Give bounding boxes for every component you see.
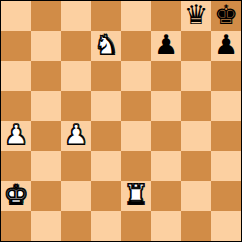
square-h2[interactable] (211, 181, 241, 211)
square-a2[interactable]: ♚ (1, 181, 31, 211)
square-d7[interactable]: ♞ (91, 31, 121, 61)
square-a1[interactable] (1, 211, 31, 241)
square-h1[interactable] (211, 211, 241, 241)
square-b2[interactable] (31, 181, 61, 211)
square-b1[interactable] (31, 211, 61, 241)
square-f5[interactable] (151, 91, 181, 121)
square-f6[interactable] (151, 61, 181, 91)
square-h3[interactable] (211, 151, 241, 181)
square-e6[interactable] (121, 61, 151, 91)
square-c1[interactable] (61, 211, 91, 241)
square-f8[interactable] (151, 1, 181, 31)
square-b3[interactable] (31, 151, 61, 181)
square-e5[interactable] (121, 91, 151, 121)
square-h8[interactable]: ♚ (211, 1, 241, 31)
square-d4[interactable] (91, 121, 121, 151)
square-e1[interactable] (121, 211, 151, 241)
square-g3[interactable] (181, 151, 211, 181)
square-g6[interactable] (181, 61, 211, 91)
square-f4[interactable] (151, 121, 181, 151)
square-b8[interactable] (31, 1, 61, 31)
square-d5[interactable] (91, 91, 121, 121)
black-queen-g8[interactable]: ♛ (184, 1, 208, 30)
square-e8[interactable] (121, 1, 151, 31)
square-c7[interactable] (61, 31, 91, 61)
square-e2[interactable]: ♜ (121, 181, 151, 211)
square-f7[interactable]: ♟ (151, 31, 181, 61)
square-g7[interactable] (181, 31, 211, 61)
square-f3[interactable] (151, 151, 181, 181)
square-d8[interactable] (91, 1, 121, 31)
square-c4[interactable]: ♟ (61, 121, 91, 151)
chess-board: ♛♚♞♟♟♟♟♚♜ (0, 0, 242, 242)
square-a8[interactable] (1, 1, 31, 31)
square-d1[interactable] (91, 211, 121, 241)
white-pawn-c4[interactable]: ♟ (64, 121, 88, 150)
square-e7[interactable] (121, 31, 151, 61)
square-g1[interactable] (181, 211, 211, 241)
square-f1[interactable] (151, 211, 181, 241)
square-c6[interactable] (61, 61, 91, 91)
square-a5[interactable] (1, 91, 31, 121)
square-h7[interactable]: ♟ (211, 31, 241, 61)
square-c5[interactable] (61, 91, 91, 121)
square-a7[interactable] (1, 31, 31, 61)
square-g8[interactable]: ♛ (181, 1, 211, 31)
white-knight-d7[interactable]: ♞ (94, 31, 118, 60)
square-b6[interactable] (31, 61, 61, 91)
square-h5[interactable] (211, 91, 241, 121)
square-d2[interactable] (91, 181, 121, 211)
black-pawn-f7[interactable]: ♟ (154, 31, 178, 60)
square-c2[interactable] (61, 181, 91, 211)
black-king-h8[interactable]: ♚ (214, 1, 238, 30)
square-e4[interactable] (121, 121, 151, 151)
square-e3[interactable] (121, 151, 151, 181)
square-a4[interactable]: ♟ (1, 121, 31, 151)
black-pawn-h7[interactable]: ♟ (214, 31, 238, 60)
square-c3[interactable] (61, 151, 91, 181)
square-c8[interactable] (61, 1, 91, 31)
square-a6[interactable] (1, 61, 31, 91)
square-b4[interactable] (31, 121, 61, 151)
chess-board-wrapper: ♛♚♞♟♟♟♟♚♜ (0, 0, 242, 242)
white-rook-e2[interactable]: ♜ (124, 181, 148, 210)
square-h6[interactable] (211, 61, 241, 91)
square-a3[interactable] (1, 151, 31, 181)
white-king-a2[interactable]: ♚ (4, 181, 28, 210)
square-g4[interactable] (181, 121, 211, 151)
square-b5[interactable] (31, 91, 61, 121)
square-h4[interactable] (211, 121, 241, 151)
square-d6[interactable] (91, 61, 121, 91)
square-f2[interactable] (151, 181, 181, 211)
square-d3[interactable] (91, 151, 121, 181)
white-pawn-a4[interactable]: ♟ (4, 121, 28, 150)
square-b7[interactable] (31, 31, 61, 61)
square-g2[interactable] (181, 181, 211, 211)
square-g5[interactable] (181, 91, 211, 121)
